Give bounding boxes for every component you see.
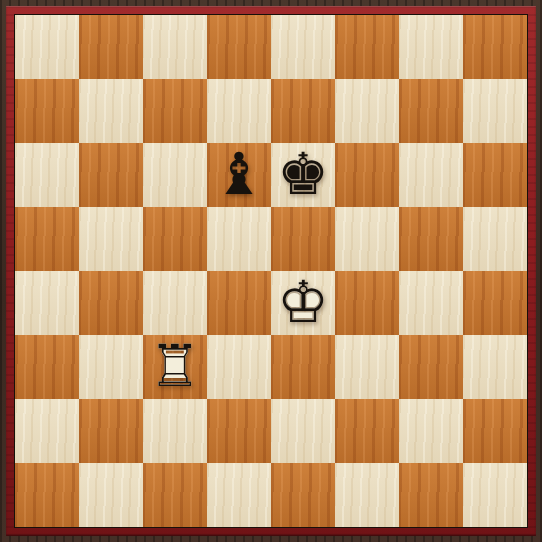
square-f4[interactable] [335, 271, 399, 335]
square-a3[interactable] [15, 335, 79, 399]
square-b5[interactable] [79, 207, 143, 271]
square-a7[interactable] [15, 79, 79, 143]
square-b6[interactable] [79, 143, 143, 207]
square-g2[interactable] [399, 399, 463, 463]
square-d5[interactable] [207, 207, 271, 271]
square-b7[interactable] [79, 79, 143, 143]
square-f5[interactable] [335, 207, 399, 271]
square-e1[interactable] [271, 463, 335, 527]
square-d6[interactable]: ♝ [207, 143, 271, 207]
square-a2[interactable] [15, 399, 79, 463]
square-d3[interactable] [207, 335, 271, 399]
chess-board[interactable]: ♝♚♚♔♜♖ [14, 14, 528, 528]
square-g7[interactable] [399, 79, 463, 143]
square-h1[interactable] [463, 463, 527, 527]
square-c1[interactable] [143, 463, 207, 527]
square-f2[interactable] [335, 399, 399, 463]
square-f3[interactable] [335, 335, 399, 399]
square-g4[interactable] [399, 271, 463, 335]
square-h6[interactable] [463, 143, 527, 207]
square-d4[interactable] [207, 271, 271, 335]
black-king-glyph: ♚ [271, 143, 335, 207]
square-h8[interactable] [463, 15, 527, 79]
square-c8[interactable] [143, 15, 207, 79]
square-c7[interactable] [143, 79, 207, 143]
square-a4[interactable] [15, 271, 79, 335]
square-e3[interactable] [271, 335, 335, 399]
black-king[interactable]: ♚ [271, 143, 335, 207]
square-g6[interactable] [399, 143, 463, 207]
black-bishop-glyph: ♝ [207, 143, 271, 207]
white-king[interactable]: ♚♔ [271, 271, 335, 335]
square-c6[interactable] [143, 143, 207, 207]
outer-wood-frame: ♝♚♚♔♜♖ [0, 0, 542, 542]
white-rook[interactable]: ♜♖ [143, 335, 207, 399]
square-f1[interactable] [335, 463, 399, 527]
square-c5[interactable] [143, 207, 207, 271]
square-a5[interactable] [15, 207, 79, 271]
square-h3[interactable] [463, 335, 527, 399]
square-h7[interactable] [463, 79, 527, 143]
square-d2[interactable] [207, 399, 271, 463]
white-rook-outline: ♖ [143, 335, 207, 399]
square-b1[interactable] [79, 463, 143, 527]
square-e5[interactable] [271, 207, 335, 271]
square-e6[interactable]: ♚ [271, 143, 335, 207]
black-bishop[interactable]: ♝ [207, 143, 271, 207]
square-c3[interactable]: ♜♖ [143, 335, 207, 399]
square-c2[interactable] [143, 399, 207, 463]
square-c4[interactable] [143, 271, 207, 335]
square-b2[interactable] [79, 399, 143, 463]
square-h5[interactable] [463, 207, 527, 271]
square-a1[interactable] [15, 463, 79, 527]
square-d1[interactable] [207, 463, 271, 527]
square-a6[interactable] [15, 143, 79, 207]
square-b3[interactable] [79, 335, 143, 399]
square-h4[interactable] [463, 271, 527, 335]
square-b8[interactable] [79, 15, 143, 79]
square-g3[interactable] [399, 335, 463, 399]
square-g5[interactable] [399, 207, 463, 271]
red-border-frame: ♝♚♚♔♜♖ [6, 6, 536, 536]
square-g8[interactable] [399, 15, 463, 79]
square-e4[interactable]: ♚♔ [271, 271, 335, 335]
square-h2[interactable] [463, 399, 527, 463]
square-f6[interactable] [335, 143, 399, 207]
square-f7[interactable] [335, 79, 399, 143]
white-king-outline: ♔ [271, 271, 335, 335]
square-a8[interactable] [15, 15, 79, 79]
square-f8[interactable] [335, 15, 399, 79]
square-e2[interactable] [271, 399, 335, 463]
square-d7[interactable] [207, 79, 271, 143]
square-e7[interactable] [271, 79, 335, 143]
square-e8[interactable] [271, 15, 335, 79]
square-g1[interactable] [399, 463, 463, 527]
square-d8[interactable] [207, 15, 271, 79]
square-b4[interactable] [79, 271, 143, 335]
